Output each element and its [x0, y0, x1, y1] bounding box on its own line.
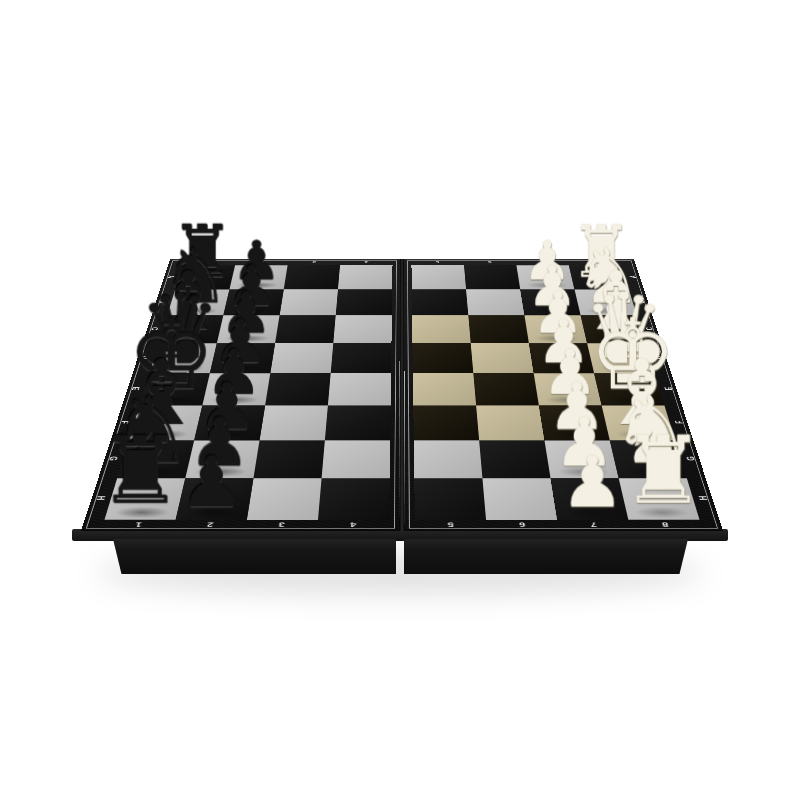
board-cell[interactable]: ♟ [176, 478, 254, 519]
case-front-right [404, 539, 688, 574]
board-cell[interactable] [482, 478, 557, 519]
board-cell[interactable] [284, 265, 340, 289]
board-half-right: ♟♜♟♞♟♝♟♛♟♚♟♝♟♞♟♜55667788ABCDEFGH [404, 259, 723, 531]
column-number-label-top: 5 [432, 261, 442, 264]
board-cell[interactable] [318, 478, 390, 519]
column-number-label: 8 [657, 521, 673, 527]
board-cell[interactable] [464, 265, 520, 289]
board-cell[interactable] [260, 405, 328, 440]
piece-black-rook[interactable]: ♜ [99, 424, 183, 518]
board-cell[interactable] [247, 478, 322, 519]
column-number-label-top: 6 [485, 261, 495, 264]
piece-black-pawn[interactable]: ♟ [180, 446, 244, 517]
board-cell[interactable] [466, 289, 524, 315]
board-cell[interactable] [479, 440, 550, 478]
board-cell[interactable] [338, 265, 393, 289]
piece-white-pawn[interactable]: ♟ [561, 446, 625, 517]
column-number-label: 3 [274, 521, 289, 527]
board-cell[interactable] [280, 289, 338, 315]
board-cell[interactable] [413, 405, 479, 440]
board-cell[interactable] [476, 405, 544, 440]
board-cell[interactable] [328, 373, 391, 405]
board-cell[interactable] [265, 373, 331, 405]
column-number-label: 6 [515, 521, 530, 527]
board-cell[interactable] [336, 289, 393, 315]
board-cell[interactable] [331, 343, 392, 373]
board-cell[interactable]: ♜ [104, 478, 185, 519]
board-cell[interactable] [411, 265, 466, 289]
column-number-label-top: 3 [309, 261, 319, 264]
board-cell[interactable] [414, 478, 486, 519]
board-cell[interactable] [471, 343, 534, 373]
squares-grid: ♟♜♟♞♟♝♟♛♟♚♟♝♟♞♟♜ [411, 265, 699, 520]
column-number-label: 7 [586, 521, 601, 527]
case-front-left [113, 539, 396, 574]
squares-grid: ♜♟♞♟♝♟♛♟♚♟♝♟♞♟♜♟ [104, 265, 392, 520]
board-cell[interactable]: ♜ [619, 478, 700, 519]
board-cell[interactable] [473, 373, 539, 405]
board-cell[interactable] [414, 440, 483, 478]
column-number-label: 1 [131, 521, 147, 527]
chessboard: ♜♟♞♟♝♟♛♟♚♟♝♟♞♟♜♟11223344ABCDEFGH ♟♜♟♞♟♝♟… [81, 259, 723, 531]
board-cell[interactable] [468, 315, 529, 343]
board-cell[interactable] [412, 289, 469, 315]
piece-white-rook[interactable]: ♜ [621, 424, 705, 518]
column-number-label: 5 [444, 521, 458, 527]
board-cell[interactable] [253, 440, 324, 478]
board-cell[interactable] [413, 343, 474, 373]
column-number-label-top: 4 [361, 261, 371, 264]
board-cell[interactable] [275, 315, 336, 343]
board-half-left: ♜♟♞♟♝♟♛♟♚♟♝♟♞♟♜♟11223344ABCDEFGH [81, 259, 400, 531]
column-number-label: 4 [346, 521, 360, 527]
column-number-label: 2 [203, 521, 218, 527]
board-cell[interactable] [333, 315, 392, 343]
board-cell[interactable] [412, 315, 471, 343]
board-cell[interactable]: ♟ [551, 478, 629, 519]
board-cell[interactable] [322, 440, 391, 478]
board-cell[interactable] [413, 373, 476, 405]
product-photo-scene: ♜♟♞♟♝♟♛♟♚♟♝♟♞♟♜♟11223344ABCDEFGH ♟♜♟♞♟♝♟… [0, 0, 800, 800]
board-cell[interactable] [325, 405, 391, 440]
board-cell[interactable] [270, 343, 333, 373]
